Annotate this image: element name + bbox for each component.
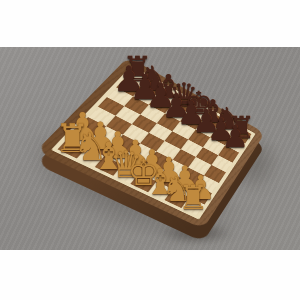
- chess-set-photo: ♜♞♝♛♚♝♞♜♟♟♟♟♟♟♟♟♟♟♟♟♟♟♟♟♜♞♝♛♚♝♞♜: [0, 0, 300, 300]
